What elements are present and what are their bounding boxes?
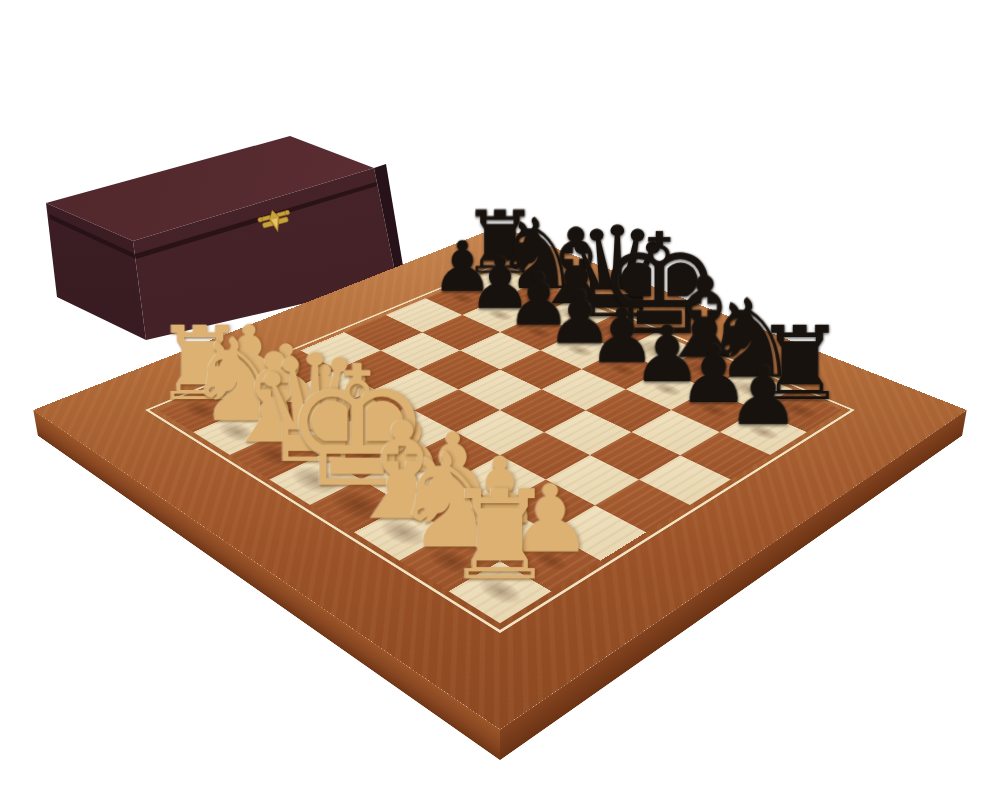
piece-black-pawn-h7[interactable]: ♟ <box>650 355 876 437</box>
square-h1[interactable]: ♜ <box>448 561 551 624</box>
scene: ♜♞♝♛♚♝♞♜♟♟♟♟♟♟♟♟♟♟♟♟♟♟♟♟♜♞♝♛♚♝♞♜ <box>0 0 1000 800</box>
piece-white-rook-h1[interactable]: ♜ <box>367 474 633 597</box>
